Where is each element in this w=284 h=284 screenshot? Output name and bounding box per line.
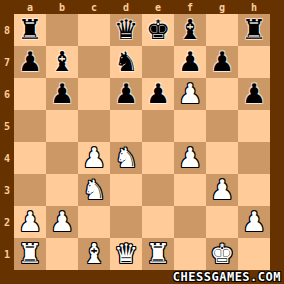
rank-label-2: 2 bbox=[0, 206, 14, 238]
square-a5[interactable] bbox=[14, 110, 46, 142]
white-pawn-a2: ♟ bbox=[18, 206, 42, 238]
square-b6[interactable]: ♟ bbox=[46, 78, 78, 110]
square-c1[interactable]: ♝ bbox=[78, 238, 110, 270]
square-a4[interactable] bbox=[14, 142, 46, 174]
square-g6[interactable] bbox=[206, 78, 238, 110]
square-f5[interactable] bbox=[174, 110, 206, 142]
square-e1[interactable]: ♜ bbox=[142, 238, 174, 270]
rank-label-3: 3 bbox=[0, 174, 14, 206]
square-d7[interactable]: ♞ bbox=[110, 46, 142, 78]
square-c3[interactable]: ♞ bbox=[78, 174, 110, 206]
square-e7[interactable] bbox=[142, 46, 174, 78]
black-pawn-g7: ♟ bbox=[210, 46, 234, 78]
rank-label-1: 1 bbox=[0, 238, 14, 270]
square-d8[interactable]: ♛ bbox=[110, 14, 142, 46]
white-rook-e1: ♜ bbox=[146, 238, 170, 270]
black-king-e8: ♚ bbox=[146, 14, 170, 46]
black-pawn-d6: ♟ bbox=[114, 78, 138, 110]
rank-labels: 87654321 bbox=[0, 14, 14, 270]
square-d3[interactable] bbox=[110, 174, 142, 206]
square-h4[interactable] bbox=[238, 142, 270, 174]
square-h8[interactable]: ♜ bbox=[238, 14, 270, 46]
white-pawn-c4: ♟ bbox=[82, 142, 106, 174]
square-a7[interactable]: ♟ bbox=[14, 46, 46, 78]
file-label-b: b bbox=[46, 0, 78, 14]
square-f1[interactable] bbox=[174, 238, 206, 270]
square-b7[interactable]: ♝ bbox=[46, 46, 78, 78]
white-knight-d4: ♞ bbox=[114, 142, 138, 174]
file-label-e: e bbox=[142, 0, 174, 14]
square-e8[interactable]: ♚ bbox=[142, 14, 174, 46]
black-rook-a8: ♜ bbox=[18, 14, 42, 46]
square-c6[interactable] bbox=[78, 78, 110, 110]
rank-label-6: 6 bbox=[0, 78, 14, 110]
rank-label-8: 8 bbox=[0, 14, 14, 46]
square-f2[interactable] bbox=[174, 206, 206, 238]
square-d2[interactable] bbox=[110, 206, 142, 238]
white-rook-a1: ♜ bbox=[18, 238, 42, 270]
square-g5[interactable] bbox=[206, 110, 238, 142]
square-a3[interactable] bbox=[14, 174, 46, 206]
rank-label-5: 5 bbox=[0, 110, 14, 142]
square-e6[interactable]: ♟ bbox=[142, 78, 174, 110]
square-h3[interactable] bbox=[238, 174, 270, 206]
square-d6[interactable]: ♟ bbox=[110, 78, 142, 110]
square-h6[interactable]: ♟ bbox=[238, 78, 270, 110]
square-h2[interactable]: ♟ bbox=[238, 206, 270, 238]
square-h5[interactable] bbox=[238, 110, 270, 142]
black-pawn-h6: ♟ bbox=[242, 78, 266, 110]
chess-diagram: abcdefgh 87654321 ♜♛♚♝♜♟♝♞♟♟♟♟♟♟♟♟♞♟♞♟♟♟… bbox=[0, 0, 284, 284]
square-g3[interactable]: ♟ bbox=[206, 174, 238, 206]
file-label-g: g bbox=[206, 0, 238, 14]
square-d4[interactable]: ♞ bbox=[110, 142, 142, 174]
white-pawn-f4: ♟ bbox=[178, 142, 202, 174]
file-label-f: f bbox=[174, 0, 206, 14]
white-pawn-g3: ♟ bbox=[210, 174, 234, 206]
square-a2[interactable]: ♟ bbox=[14, 206, 46, 238]
square-f3[interactable] bbox=[174, 174, 206, 206]
black-queen-d8: ♛ bbox=[114, 14, 138, 46]
square-a8[interactable]: ♜ bbox=[14, 14, 46, 46]
square-e4[interactable] bbox=[142, 142, 174, 174]
square-g4[interactable] bbox=[206, 142, 238, 174]
square-c4[interactable]: ♟ bbox=[78, 142, 110, 174]
file-label-h: h bbox=[238, 0, 270, 14]
square-b2[interactable]: ♟ bbox=[46, 206, 78, 238]
square-h7[interactable] bbox=[238, 46, 270, 78]
black-bishop-f8: ♝ bbox=[178, 14, 202, 46]
watermark-text: CHESSGAMES.COM bbox=[173, 270, 281, 284]
square-a6[interactable] bbox=[14, 78, 46, 110]
white-pawn-b2: ♟ bbox=[50, 206, 74, 238]
square-g2[interactable] bbox=[206, 206, 238, 238]
square-d1[interactable]: ♛ bbox=[110, 238, 142, 270]
chess-board: ♜♛♚♝♜♟♝♞♟♟♟♟♟♟♟♟♞♟♞♟♟♟♟♜♝♛♜♚ bbox=[14, 14, 270, 270]
white-queen-d1: ♛ bbox=[114, 238, 138, 270]
file-label-d: d bbox=[110, 0, 142, 14]
square-e2[interactable] bbox=[142, 206, 174, 238]
square-b1[interactable] bbox=[46, 238, 78, 270]
square-h1[interactable] bbox=[238, 238, 270, 270]
white-king-g1: ♚ bbox=[210, 238, 234, 270]
square-f7[interactable]: ♟ bbox=[174, 46, 206, 78]
white-knight-c3: ♞ bbox=[82, 174, 106, 206]
white-bishop-c1: ♝ bbox=[82, 238, 106, 270]
black-knight-d7: ♞ bbox=[114, 46, 138, 78]
square-d5[interactable] bbox=[110, 110, 142, 142]
square-e3[interactable] bbox=[142, 174, 174, 206]
black-rook-h8: ♜ bbox=[242, 14, 266, 46]
square-f8[interactable]: ♝ bbox=[174, 14, 206, 46]
black-pawn-b6: ♟ bbox=[50, 78, 74, 110]
square-g1[interactable]: ♚ bbox=[206, 238, 238, 270]
square-f6[interactable]: ♟ bbox=[174, 78, 206, 110]
rank-label-7: 7 bbox=[0, 46, 14, 78]
white-pawn-f6: ♟ bbox=[178, 78, 202, 110]
square-a1[interactable]: ♜ bbox=[14, 238, 46, 270]
black-pawn-f7: ♟ bbox=[178, 46, 202, 78]
square-b3[interactable] bbox=[46, 174, 78, 206]
square-b4[interactable] bbox=[46, 142, 78, 174]
square-b8[interactable] bbox=[46, 14, 78, 46]
square-g8[interactable] bbox=[206, 14, 238, 46]
file-label-c: c bbox=[78, 0, 110, 14]
square-g7[interactable]: ♟ bbox=[206, 46, 238, 78]
black-pawn-e6: ♟ bbox=[146, 78, 170, 110]
rank-label-4: 4 bbox=[0, 142, 14, 174]
white-pawn-h2: ♟ bbox=[242, 206, 266, 238]
square-c5[interactable] bbox=[78, 110, 110, 142]
square-f4[interactable]: ♟ bbox=[174, 142, 206, 174]
square-c8[interactable] bbox=[78, 14, 110, 46]
file-label-a: a bbox=[14, 0, 46, 14]
square-e5[interactable] bbox=[142, 110, 174, 142]
square-c2[interactable] bbox=[78, 206, 110, 238]
black-pawn-a7: ♟ bbox=[18, 46, 42, 78]
black-bishop-b7: ♝ bbox=[50, 46, 74, 78]
square-c7[interactable] bbox=[78, 46, 110, 78]
square-b5[interactable] bbox=[46, 110, 78, 142]
file-labels: abcdefgh bbox=[14, 0, 270, 14]
